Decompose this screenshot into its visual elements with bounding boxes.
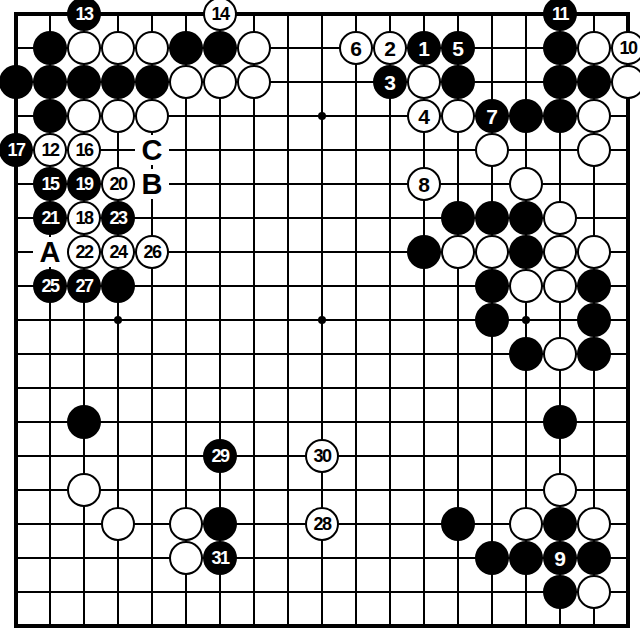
stone-black xyxy=(509,337,543,371)
stone-black: 17 xyxy=(0,133,33,167)
stone-black: 25 xyxy=(33,269,67,303)
move-number: 4 xyxy=(418,106,430,127)
stone-white xyxy=(67,31,101,65)
grid-line-h xyxy=(14,387,630,389)
stone-white xyxy=(101,99,135,133)
stone-black: 1 xyxy=(407,31,441,65)
stone-white xyxy=(169,65,203,99)
stone-black xyxy=(203,507,237,541)
stone-black xyxy=(543,507,577,541)
move-number: 1 xyxy=(418,38,430,59)
stone-black xyxy=(475,303,509,337)
stone-black xyxy=(475,201,509,235)
stone-white xyxy=(67,99,101,133)
stone-white: 6 xyxy=(339,31,373,65)
stone-black xyxy=(475,541,509,575)
stone-black: 27 xyxy=(67,269,101,303)
stone-white xyxy=(101,507,135,541)
stone-white xyxy=(577,31,611,65)
grid-line-h xyxy=(14,421,630,423)
stone-white xyxy=(577,575,611,609)
move-number: 31 xyxy=(211,549,228,567)
stone-black xyxy=(33,99,67,133)
stone-black: 15 xyxy=(33,167,67,201)
stone-black xyxy=(577,65,611,99)
stone-black xyxy=(67,405,101,439)
stone-white: 12 xyxy=(33,133,67,167)
stone-black: 11 xyxy=(543,0,577,31)
move-number: 11 xyxy=(552,5,568,23)
stone-black xyxy=(577,269,611,303)
stone-black: 7 xyxy=(475,99,509,133)
stone-white xyxy=(543,201,577,235)
grid-line-v xyxy=(355,12,357,628)
move-number: 20 xyxy=(109,175,126,193)
stone-white xyxy=(577,133,611,167)
stone-black xyxy=(0,65,33,99)
star-point xyxy=(318,112,326,120)
move-number: 6 xyxy=(350,38,362,59)
move-number: 21 xyxy=(41,209,58,227)
stone-white: 14 xyxy=(203,0,237,31)
stone-white xyxy=(169,507,203,541)
point-label-c: C xyxy=(135,135,169,165)
stone-black xyxy=(509,99,543,133)
stone-white xyxy=(577,507,611,541)
stone-black xyxy=(101,65,135,99)
stone-white xyxy=(543,269,577,303)
stone-white xyxy=(135,31,169,65)
stone-black xyxy=(441,65,475,99)
stone-white xyxy=(67,473,101,507)
stone-white xyxy=(577,99,611,133)
stone-black xyxy=(509,235,543,269)
stone-white: 10 xyxy=(611,31,640,65)
move-number: 18 xyxy=(75,209,92,227)
move-number: 17 xyxy=(7,141,24,159)
stone-black xyxy=(577,303,611,337)
stone-black: 19 xyxy=(67,167,101,201)
star-point xyxy=(114,316,122,324)
stone-white xyxy=(237,65,271,99)
stone-black xyxy=(33,31,67,65)
move-number: 28 xyxy=(313,515,330,533)
stone-white xyxy=(543,337,577,371)
stone-black xyxy=(577,541,611,575)
stone-black xyxy=(543,65,577,99)
stone-white: 16 xyxy=(67,133,101,167)
stone-white xyxy=(611,65,640,99)
star-point xyxy=(522,316,530,324)
move-number: 5 xyxy=(452,38,464,59)
move-number: 25 xyxy=(41,277,58,295)
stone-black xyxy=(67,65,101,99)
move-number: 15 xyxy=(41,175,58,193)
stone-black xyxy=(543,31,577,65)
stone-black xyxy=(169,31,203,65)
grid-line-v xyxy=(389,12,391,628)
grid-line-v xyxy=(626,12,630,628)
stone-black xyxy=(203,31,237,65)
move-number: 9 xyxy=(554,548,566,569)
move-number: 8 xyxy=(418,174,430,195)
move-number: 26 xyxy=(143,243,160,261)
stone-white xyxy=(407,65,441,99)
stone-white: 8 xyxy=(407,167,441,201)
move-number: 13 xyxy=(75,5,92,23)
stone-black xyxy=(441,507,475,541)
stone-black xyxy=(135,65,169,99)
point-label-a: A xyxy=(33,237,67,267)
stone-black xyxy=(475,269,509,303)
point-label-b: B xyxy=(135,169,169,199)
stone-black xyxy=(101,269,135,303)
stone-white: 24 xyxy=(101,235,135,269)
stone-black xyxy=(543,405,577,439)
move-number: 22 xyxy=(75,243,92,261)
stone-white: 2 xyxy=(373,31,407,65)
stone-white: 18 xyxy=(67,201,101,235)
stone-white xyxy=(169,541,203,575)
stone-white xyxy=(237,31,271,65)
stone-black xyxy=(441,201,475,235)
stone-white: 26 xyxy=(135,235,169,269)
stone-white: 20 xyxy=(101,167,135,201)
stone-black xyxy=(33,65,67,99)
stone-black: 3 xyxy=(373,65,407,99)
stone-black xyxy=(509,201,543,235)
move-number: 24 xyxy=(109,243,126,261)
move-number: 16 xyxy=(75,141,92,159)
move-number: 29 xyxy=(211,447,228,465)
move-number: 19 xyxy=(75,175,92,193)
stone-black xyxy=(509,541,543,575)
move-number: 27 xyxy=(75,277,92,295)
stone-black: 31 xyxy=(203,541,237,575)
stone-white xyxy=(509,269,543,303)
stone-white xyxy=(509,507,543,541)
stone-black xyxy=(407,235,441,269)
move-number: 12 xyxy=(41,141,58,159)
stone-white xyxy=(577,235,611,269)
move-number: 2 xyxy=(384,38,396,59)
stone-black: 21 xyxy=(33,201,67,235)
move-number: 30 xyxy=(313,447,330,465)
stone-white xyxy=(475,133,509,167)
stone-black xyxy=(543,575,577,609)
grid-line-h xyxy=(14,591,630,593)
stone-black: 13 xyxy=(67,0,101,31)
stone-white xyxy=(441,235,475,269)
move-number: 3 xyxy=(384,72,396,93)
stone-white xyxy=(441,99,475,133)
star-point xyxy=(318,316,326,324)
stone-black: 5 xyxy=(441,31,475,65)
stone-white xyxy=(543,473,577,507)
stone-white: 28 xyxy=(305,507,339,541)
stone-white xyxy=(203,65,237,99)
stone-white xyxy=(101,31,135,65)
stone-white xyxy=(135,99,169,133)
stone-white xyxy=(509,167,543,201)
stone-black: 29 xyxy=(203,439,237,473)
stone-black xyxy=(577,337,611,371)
move-number: 7 xyxy=(486,106,498,127)
go-board: 1314116215103471712161519208211823222426… xyxy=(0,0,640,638)
stone-white xyxy=(543,235,577,269)
grid-line-h xyxy=(14,624,630,628)
stone-white xyxy=(475,235,509,269)
stone-white: 30 xyxy=(305,439,339,473)
grid-line-h xyxy=(14,489,630,491)
move-number: 14 xyxy=(211,5,228,23)
stone-white: 22 xyxy=(67,235,101,269)
stone-black: 9 xyxy=(543,541,577,575)
move-number: 23 xyxy=(109,209,126,227)
stone-black: 23 xyxy=(101,201,135,235)
move-number: 10 xyxy=(619,39,636,57)
stone-white: 4 xyxy=(407,99,441,133)
stone-black xyxy=(543,99,577,133)
